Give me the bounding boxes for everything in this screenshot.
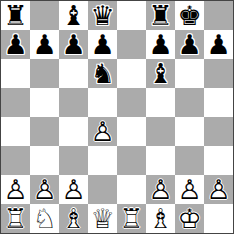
white-piece-outline-layer: ♖ [117, 204, 146, 233]
square-g5[interactable] [175, 88, 204, 117]
piece-white-knight[interactable]: ♞♘ [30, 204, 59, 233]
black-piece-glyph: ♛ [88, 1, 117, 30]
square-e5[interactable] [117, 88, 146, 117]
square-c2[interactable]: ♟♙ [59, 175, 88, 204]
square-a1[interactable]: ♜♖ [1, 204, 30, 233]
white-piece-outline-layer: ♗ [146, 204, 175, 233]
black-piece-glyph: ♜ [146, 1, 175, 30]
piece-white-bishop[interactable]: ♝♗ [59, 204, 88, 233]
square-e3[interactable] [117, 146, 146, 175]
piece-black-knight[interactable]: ♞ [88, 59, 117, 88]
square-c7[interactable]: ♟ [59, 30, 88, 59]
white-piece-outline-layer: ♔ [175, 204, 204, 233]
white-piece-outline-layer: ♙ [30, 175, 59, 204]
black-piece-glyph: ♜ [1, 1, 30, 30]
square-d2[interactable] [88, 175, 117, 204]
piece-black-rook[interactable]: ♜ [146, 1, 175, 30]
piece-white-pawn[interactable]: ♟♙ [146, 175, 175, 204]
square-d5[interactable] [88, 88, 117, 117]
square-b2[interactable]: ♟♙ [30, 175, 59, 204]
piece-black-pawn[interactable]: ♟ [204, 30, 233, 59]
square-g7[interactable]: ♟ [175, 30, 204, 59]
square-a6[interactable] [1, 59, 30, 88]
black-piece-glyph: ♝ [146, 59, 175, 88]
piece-white-rook[interactable]: ♜♖ [1, 204, 30, 233]
square-d1[interactable]: ♛♕ [88, 204, 117, 233]
square-g1[interactable]: ♚♔ [175, 204, 204, 233]
chess-board-frame: ♜♝♛♜♚♟♟♟♟♟♟♟♞♝♟♙♟♙♟♙♟♙♟♙♟♙♟♙♜♖♞♘♝♗♛♕♜♖♝♗… [0, 0, 234, 234]
square-d7[interactable]: ♟ [88, 30, 117, 59]
black-piece-glyph: ♟ [146, 30, 175, 59]
square-b4[interactable] [30, 117, 59, 146]
piece-white-pawn[interactable]: ♟♙ [30, 175, 59, 204]
square-f3[interactable] [146, 146, 175, 175]
square-g3[interactable] [175, 146, 204, 175]
square-h3[interactable] [204, 146, 233, 175]
square-e7[interactable] [117, 30, 146, 59]
piece-black-pawn[interactable]: ♟ [59, 30, 88, 59]
piece-black-pawn[interactable]: ♟ [175, 30, 204, 59]
square-g8[interactable]: ♚ [175, 1, 204, 30]
piece-white-pawn[interactable]: ♟♙ [204, 175, 233, 204]
square-f2[interactable]: ♟♙ [146, 175, 175, 204]
white-piece-outline-layer: ♗ [59, 204, 88, 233]
square-b6[interactable] [30, 59, 59, 88]
square-f4[interactable] [146, 117, 175, 146]
square-h2[interactable]: ♟♙ [204, 175, 233, 204]
black-piece-glyph: ♟ [204, 30, 233, 59]
square-a5[interactable] [1, 88, 30, 117]
square-e1[interactable]: ♜♖ [117, 204, 146, 233]
square-b1[interactable]: ♞♘ [30, 204, 59, 233]
piece-black-bishop[interactable]: ♝ [146, 59, 175, 88]
piece-black-bishop[interactable]: ♝ [59, 1, 88, 30]
black-piece-glyph: ♝ [59, 1, 88, 30]
piece-black-pawn[interactable]: ♟ [30, 30, 59, 59]
square-c5[interactable] [59, 88, 88, 117]
square-a8[interactable]: ♜ [1, 1, 30, 30]
black-piece-glyph: ♟ [59, 30, 88, 59]
square-e8[interactable] [117, 1, 146, 30]
piece-black-pawn[interactable]: ♟ [1, 30, 30, 59]
square-f1[interactable]: ♝♗ [146, 204, 175, 233]
piece-white-pawn[interactable]: ♟♙ [1, 175, 30, 204]
piece-black-pawn[interactable]: ♟ [88, 30, 117, 59]
black-piece-glyph: ♟ [30, 30, 59, 59]
piece-white-king[interactable]: ♚♔ [175, 204, 204, 233]
white-piece-outline-layer: ♙ [88, 117, 117, 146]
square-h6[interactable] [204, 59, 233, 88]
white-piece-outline-layer: ♖ [1, 204, 30, 233]
white-piece-outline-layer: ♙ [204, 175, 233, 204]
square-c1[interactable]: ♝♗ [59, 204, 88, 233]
black-piece-glyph: ♟ [175, 30, 204, 59]
black-piece-glyph: ♟ [88, 30, 117, 59]
square-f6[interactable]: ♝ [146, 59, 175, 88]
piece-black-queen[interactable]: ♛ [88, 1, 117, 30]
square-h4[interactable] [204, 117, 233, 146]
square-f5[interactable] [146, 88, 175, 117]
square-a7[interactable]: ♟ [1, 30, 30, 59]
square-e2[interactable] [117, 175, 146, 204]
square-e6[interactable] [117, 59, 146, 88]
black-piece-glyph: ♞ [88, 59, 117, 88]
square-a4[interactable] [1, 117, 30, 146]
square-b5[interactable] [30, 88, 59, 117]
square-c6[interactable] [59, 59, 88, 88]
square-d8[interactable]: ♛ [88, 1, 117, 30]
piece-white-queen[interactable]: ♛♕ [88, 204, 117, 233]
square-h8[interactable] [204, 1, 233, 30]
square-c3[interactable] [59, 146, 88, 175]
white-piece-outline-layer: ♘ [30, 204, 59, 233]
piece-black-king[interactable]: ♚ [175, 1, 204, 30]
square-f7[interactable]: ♟ [146, 30, 175, 59]
black-piece-glyph: ♚ [175, 1, 204, 30]
square-a3[interactable] [1, 146, 30, 175]
piece-black-rook[interactable]: ♜ [1, 1, 30, 30]
square-g2[interactable]: ♟♙ [175, 175, 204, 204]
white-piece-outline-layer: ♕ [88, 204, 117, 233]
piece-white-bishop[interactable]: ♝♗ [146, 204, 175, 233]
square-h5[interactable] [204, 88, 233, 117]
square-h7[interactable]: ♟ [204, 30, 233, 59]
square-b3[interactable] [30, 146, 59, 175]
white-piece-outline-layer: ♙ [1, 175, 30, 204]
square-a2[interactable]: ♟♙ [1, 175, 30, 204]
piece-white-pawn[interactable]: ♟♙ [175, 175, 204, 204]
piece-black-pawn[interactable]: ♟ [146, 30, 175, 59]
square-h1[interactable] [204, 204, 233, 233]
white-piece-outline-layer: ♙ [59, 175, 88, 204]
black-piece-glyph: ♟ [1, 30, 30, 59]
square-c4[interactable] [59, 117, 88, 146]
square-e4[interactable] [117, 117, 146, 146]
square-d4[interactable]: ♟♙ [88, 117, 117, 146]
square-d6[interactable]: ♞ [88, 59, 117, 88]
square-g4[interactable] [175, 117, 204, 146]
white-piece-outline-layer: ♙ [175, 175, 204, 204]
square-b7[interactable]: ♟ [30, 30, 59, 59]
piece-white-rook[interactable]: ♜♖ [117, 204, 146, 233]
piece-white-pawn[interactable]: ♟♙ [88, 117, 117, 146]
square-c8[interactable]: ♝ [59, 1, 88, 30]
piece-white-pawn[interactable]: ♟♙ [59, 175, 88, 204]
square-g6[interactable] [175, 59, 204, 88]
white-piece-outline-layer: ♙ [146, 175, 175, 204]
square-b8[interactable] [30, 1, 59, 30]
chess-board: ♜♝♛♜♚♟♟♟♟♟♟♟♞♝♟♙♟♙♟♙♟♙♟♙♟♙♟♙♜♖♞♘♝♗♛♕♜♖♝♗… [1, 1, 233, 233]
square-f8[interactable]: ♜ [146, 1, 175, 30]
square-d3[interactable] [88, 146, 117, 175]
